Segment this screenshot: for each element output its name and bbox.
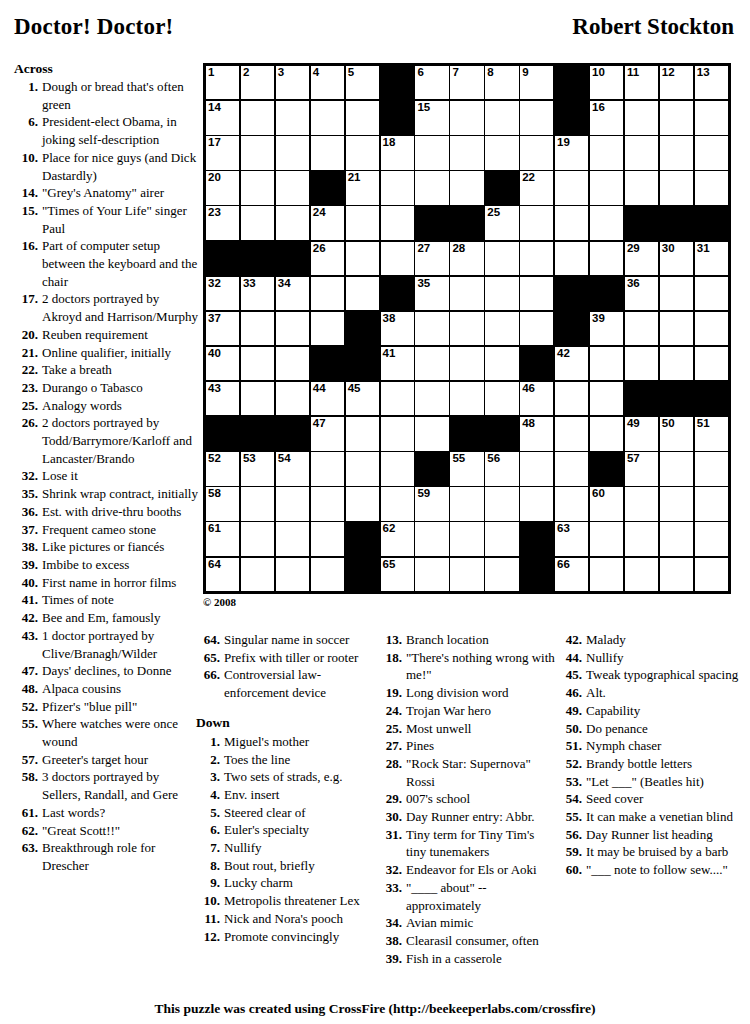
grid-cell-r2c7[interactable]: 15 — [415, 101, 448, 134]
grid-cell-r6c15[interactable]: 31 — [695, 242, 728, 275]
grid-cell-r4c11[interactable] — [555, 171, 588, 204]
grid-cell-r14c14[interactable] — [660, 522, 693, 555]
grid-cell-r6c10[interactable] — [520, 242, 553, 275]
grid-cell-r15c14[interactable] — [660, 558, 693, 591]
grid-cell-r5c10[interactable] — [520, 206, 553, 239]
cell-number: 9 — [522, 66, 528, 79]
grid-cell-r15c4[interactable] — [311, 558, 344, 591]
grid-cell-r3c10[interactable] — [520, 136, 553, 169]
clue-text: Nick and Nora's pooch — [224, 910, 376, 928]
clue-text: "___ note to follow sew...." — [586, 861, 750, 879]
grid-cell-r4c10[interactable]: 22 — [520, 171, 553, 204]
grid-cell-r9c14[interactable] — [660, 347, 693, 380]
grid-cell-r2c1[interactable]: 14 — [206, 101, 239, 134]
grid-cell-r7c1[interactable]: 32 — [206, 277, 239, 310]
grid-cell-r9c13[interactable] — [625, 347, 658, 380]
grid-cell-r15c2[interactable] — [241, 558, 274, 591]
clue-across-20: 20.Reuben requirement — [14, 326, 199, 344]
grid-cell-r7c5[interactable] — [346, 277, 379, 310]
grid-cell-r4c6[interactable] — [381, 171, 414, 204]
grid-cell-r3c8[interactable] — [450, 136, 483, 169]
cell-number: 66 — [557, 558, 570, 571]
grid-cell-r4c7[interactable] — [415, 171, 448, 204]
clue-number: 52. — [558, 755, 586, 773]
cell-number: 60 — [592, 487, 605, 500]
grid-cell-r3c4[interactable] — [311, 136, 344, 169]
grid-cell-r11c7[interactable] — [415, 417, 448, 450]
grid-cell-r8c10[interactable] — [520, 312, 553, 345]
clue-down-31: 31.Tiny term for Tiny Tim's tiny tunemak… — [378, 826, 556, 861]
grid-cell-r7c3[interactable]: 34 — [276, 277, 309, 310]
black-cell-r2c6 — [381, 101, 414, 134]
clue-text: Reuben requirement — [42, 326, 199, 344]
across-clues-column: Across 1.Dough or bread that's often gre… — [14, 60, 199, 875]
clue-text: Avian mimic — [406, 914, 556, 932]
black-cell-r5c14 — [660, 206, 693, 239]
grid-cell-r15c12[interactable] — [590, 558, 623, 591]
grid-cell-r7c7[interactable]: 35 — [415, 277, 448, 310]
clue-number: 11. — [196, 910, 224, 928]
grid-cell-r2c15[interactable] — [695, 101, 728, 134]
grid-cell-r10c10[interactable]: 46 — [520, 382, 553, 415]
black-cell-r7c12 — [590, 277, 623, 310]
grid-cell-r12c5[interactable] — [346, 452, 379, 485]
grid-cell-r4c2[interactable] — [241, 171, 274, 204]
grid-cell-r4c3[interactable] — [276, 171, 309, 204]
grid-cell-r13c13[interactable] — [625, 487, 658, 520]
grid-cell-r7c4[interactable] — [311, 277, 344, 310]
clue-number: 58. — [14, 768, 42, 803]
clue-text: Shrink wrap contract, initially — [42, 485, 199, 503]
cell-number: 10 — [592, 66, 605, 79]
grid-cell-r7c14[interactable] — [660, 277, 693, 310]
clue-down-8: 8.Bout rout, briefly — [196, 857, 376, 875]
grid-cell-r15c11[interactable]: 66 — [555, 558, 588, 591]
grid-cell-r1c15[interactable]: 13 — [695, 66, 728, 99]
grid-cell-r3c14[interactable] — [660, 136, 693, 169]
clue-text: Pfizer's "blue pill" — [42, 698, 199, 716]
grid-cell-r12c13[interactable]: 57 — [625, 452, 658, 485]
cell-number: 46 — [522, 382, 535, 395]
clue-number: 28. — [378, 755, 406, 790]
clue-text: Online qualifier, initially — [42, 344, 199, 362]
grid-cell-r13c11[interactable] — [555, 487, 588, 520]
clue-number: 57. — [14, 751, 42, 769]
grid-cell-r5c5[interactable] — [346, 206, 379, 239]
clue-text: Nymph chaser — [586, 737, 750, 755]
grid-cell-r7c8[interactable] — [450, 277, 483, 310]
clue-across-39: 39.Imbibe to excess — [14, 556, 199, 574]
grid-cell-r8c12[interactable]: 39 — [590, 312, 623, 345]
cell-number: 40 — [208, 347, 221, 360]
grid-cell-r9c6[interactable]: 41 — [381, 347, 414, 380]
clue-down-18: 18."There's nothing wrong with me!" — [378, 649, 556, 684]
grid-cell-r4c5[interactable]: 21 — [346, 171, 379, 204]
clue-down-38: 38.Clearasil consumer, often — [378, 932, 556, 950]
grid-cell-r8c1[interactable]: 37 — [206, 312, 239, 345]
crossword-page: Doctor! Doctor! Robert Stockton Across 1… — [0, 0, 750, 1024]
grid-cell-r12c4[interactable] — [311, 452, 344, 485]
grid-cell-r14c1[interactable]: 61 — [206, 522, 239, 555]
grid-cell-r15c3[interactable] — [276, 558, 309, 591]
grid-cell-r5c2[interactable] — [241, 206, 274, 239]
grid-cell-r5c3[interactable] — [276, 206, 309, 239]
grid-cell-r8c13[interactable] — [625, 312, 658, 345]
grid-cell-r13c2[interactable] — [241, 487, 274, 520]
grid-cell-r11c12[interactable] — [590, 417, 623, 450]
grid-cell-r15c15[interactable] — [695, 558, 728, 591]
grid-cell-r8c7[interactable] — [415, 312, 448, 345]
grid-cell-r13c14[interactable] — [660, 487, 693, 520]
clue-text: Pines — [406, 737, 556, 755]
grid-cell-r1c2[interactable]: 2 — [241, 66, 274, 99]
grid-cell-r5c12[interactable] — [590, 206, 623, 239]
black-cell-r6c2 — [241, 242, 274, 275]
grid-cell-r14c11[interactable]: 63 — [555, 522, 588, 555]
grid-cell-r3c12[interactable] — [590, 136, 623, 169]
grid-cell-r13c5[interactable] — [346, 487, 379, 520]
grid-cell-r10c4[interactable]: 44 — [311, 382, 344, 415]
clue-across-40: 40.First name in horror films — [14, 574, 199, 592]
grid-cell-r12c11[interactable] — [555, 452, 588, 485]
grid-cell-r6c8[interactable]: 28 — [450, 242, 483, 275]
grid-cell-r12c1[interactable]: 52 — [206, 452, 239, 485]
clue-number: 20. — [14, 326, 42, 344]
grid-cell-r14c7[interactable] — [415, 522, 448, 555]
black-cell-r14c10 — [520, 522, 553, 555]
clue-across-1: 1.Dough or bread that's often green — [14, 78, 199, 113]
clue-number: 6. — [196, 821, 224, 839]
clue-across-58: 58.3 doctors portrayed by Sellers, Randa… — [14, 768, 199, 803]
grid-cell-r12c6[interactable] — [381, 452, 414, 485]
grid-cell-r9c8[interactable] — [450, 347, 483, 380]
grid-cell-r9c7[interactable] — [415, 347, 448, 380]
grid-cell-r3c6[interactable]: 18 — [381, 136, 414, 169]
grid-cell-r3c1[interactable]: 17 — [206, 136, 239, 169]
grid-cell-r10c12[interactable] — [590, 382, 623, 415]
grid-cell-r2c4[interactable] — [311, 101, 344, 134]
grid-cell-r3c3[interactable] — [276, 136, 309, 169]
clue-number: 6. — [14, 113, 42, 148]
clue-down-39: 39.Fish in a casserole — [378, 950, 556, 968]
grid-cell-r9c1[interactable]: 40 — [206, 347, 239, 380]
cell-number: 7 — [452, 66, 458, 79]
clue-text: Alpaca cousins — [42, 680, 199, 698]
grid-cell-r15c13[interactable] — [625, 558, 658, 591]
grid-cell-r11c13[interactable]: 49 — [625, 417, 658, 450]
clue-text: 2 doctors portrayed by Todd/Barrymore/Ka… — [42, 414, 199, 467]
cell-number: 62 — [383, 522, 396, 535]
black-cell-r7c6 — [381, 277, 414, 310]
grid-cell-r15c9[interactable] — [485, 558, 518, 591]
grid-cell-r3c2[interactable] — [241, 136, 274, 169]
grid-cell-r11c11[interactable] — [555, 417, 588, 450]
grid-cell-r11c6[interactable] — [381, 417, 414, 450]
clue-number: 25. — [378, 720, 406, 738]
clue-number: 26. — [14, 414, 42, 467]
black-cell-r2c11 — [555, 101, 588, 134]
clue-text: Fish in a casserole — [406, 950, 556, 968]
grid-cell-r6c7[interactable]: 27 — [415, 242, 448, 275]
cell-number: 1 — [208, 66, 214, 79]
grid-cell-r9c15[interactable] — [695, 347, 728, 380]
clue-column-4: 42.Malady44.Nullify45.Tweak typographica… — [558, 631, 750, 879]
grid-cell-r14c15[interactable] — [695, 522, 728, 555]
grid-cell-r1c8[interactable]: 7 — [450, 66, 483, 99]
clue-number: 52. — [14, 698, 42, 716]
clue-number: 1. — [196, 733, 224, 751]
grid-cell-r1c1[interactable]: 1 — [206, 66, 239, 99]
grid-cell-r3c9[interactable] — [485, 136, 518, 169]
grid-cell-r13c10[interactable] — [520, 487, 553, 520]
grid-cell-r13c7[interactable]: 59 — [415, 487, 448, 520]
clue-across-52: 52.Pfizer's "blue pill" — [14, 698, 199, 716]
clue-text: Last words? — [42, 804, 199, 822]
grid-cell-r5c4[interactable]: 24 — [311, 206, 344, 239]
clue-number: 5. — [196, 804, 224, 822]
cell-number: 34 — [278, 277, 291, 290]
clue-number: 37. — [14, 521, 42, 539]
grid-cell-r7c9[interactable] — [485, 277, 518, 310]
clue-text: Endeavor for Els or Aoki — [406, 861, 556, 879]
grid-cell-r2c12[interactable]: 16 — [590, 101, 623, 134]
grid-cell-r12c3[interactable]: 54 — [276, 452, 309, 485]
grid-cell-r10c5[interactable]: 45 — [346, 382, 379, 415]
grid-cell-r6c6[interactable] — [381, 242, 414, 275]
clue-down-9: 9.Lucky charm — [196, 874, 376, 892]
clue-number: 62. — [14, 822, 42, 840]
grid-cell-r6c13[interactable]: 29 — [625, 242, 658, 275]
grid-cell-r9c12[interactable] — [590, 347, 623, 380]
black-cell-r5c7 — [415, 206, 448, 239]
grid-cell-r12c2[interactable]: 53 — [241, 452, 274, 485]
grid-cell-r5c9[interactable]: 25 — [485, 206, 518, 239]
grid-cell-r13c4[interactable] — [311, 487, 344, 520]
clue-text: "Grey's Anatomy" airer — [42, 184, 199, 202]
clue-down-24: 24.Trojan War hero — [378, 702, 556, 720]
grid-cell-r9c11[interactable]: 42 — [555, 347, 588, 380]
grid-cell-r10c2[interactable] — [241, 382, 274, 415]
grid-cell-r8c6[interactable]: 38 — [381, 312, 414, 345]
grid-cell-r13c9[interactable] — [485, 487, 518, 520]
clue-text: 007's school — [406, 790, 556, 808]
grid-cell-r11c10[interactable]: 48 — [520, 417, 553, 450]
grid-cell-r10c11[interactable] — [555, 382, 588, 415]
grid-cell-r1c10[interactable]: 9 — [520, 66, 553, 99]
grid-cell-r2c3[interactable] — [276, 101, 309, 134]
clue-across-57: 57.Greeter's target hour — [14, 751, 199, 769]
grid-cell-r10c3[interactable] — [276, 382, 309, 415]
clue-text: Days' declines, to Donne — [42, 662, 199, 680]
grid-cell-r13c1[interactable]: 58 — [206, 487, 239, 520]
grid-cell-r4c15[interactable] — [695, 171, 728, 204]
grid-cell-r15c7[interactable] — [415, 558, 448, 591]
grid-cell-r4c14[interactable] — [660, 171, 693, 204]
clue-number: 2. — [196, 751, 224, 769]
cell-number: 26 — [313, 242, 326, 255]
grid-cell-r11c14[interactable]: 50 — [660, 417, 693, 450]
grid-cell-r2c5[interactable] — [346, 101, 379, 134]
grid-cell-r12c8[interactable]: 55 — [450, 452, 483, 485]
grid-cell-r11c5[interactable] — [346, 417, 379, 450]
grid-cell-r1c13[interactable]: 11 — [625, 66, 658, 99]
grid-cell-r10c8[interactable] — [450, 382, 483, 415]
grid-cell-r10c6[interactable] — [381, 382, 414, 415]
clue-across-16: 16.Part of computer setup between the ke… — [14, 237, 199, 290]
grid-cell-r12c15[interactable] — [695, 452, 728, 485]
clue-down-60: 60."___ note to follow sew...." — [558, 861, 750, 879]
grid-cell-r7c2[interactable]: 33 — [241, 277, 274, 310]
grid-cell-r4c1[interactable]: 20 — [206, 171, 239, 204]
grid-cell-r12c9[interactable]: 56 — [485, 452, 518, 485]
clue-number: 9. — [196, 874, 224, 892]
clue-number: 39. — [378, 950, 406, 968]
grid-cell-r13c12[interactable]: 60 — [590, 487, 623, 520]
cell-number: 21 — [348, 171, 361, 184]
grid-cell-r2c8[interactable] — [450, 101, 483, 134]
grid-cell-r1c5[interactable]: 5 — [346, 66, 379, 99]
grid-cell-r14c3[interactable] — [276, 522, 309, 555]
grid-cell-r7c15[interactable] — [695, 277, 728, 310]
black-cell-r11c3 — [276, 417, 309, 450]
grid-cell-r4c12[interactable] — [590, 171, 623, 204]
grid-cell-r1c4[interactable]: 4 — [311, 66, 344, 99]
grid-cell-r14c2[interactable] — [241, 522, 274, 555]
grid-cell-r1c7[interactable]: 6 — [415, 66, 448, 99]
grid-cell-r2c14[interactable] — [660, 101, 693, 134]
clue-number: 4. — [196, 786, 224, 804]
cell-number: 11 — [627, 66, 639, 79]
cell-number: 44 — [313, 382, 326, 395]
grid-cell-r13c8[interactable] — [450, 487, 483, 520]
grid-cell-r6c4[interactable]: 26 — [311, 242, 344, 275]
cell-number: 27 — [417, 242, 430, 255]
clue-across-41: 41.Times of note — [14, 591, 199, 609]
cell-number: 61 — [208, 522, 221, 535]
clue-text: Alt. — [586, 684, 750, 702]
grid-cell-r3c5[interactable] — [346, 136, 379, 169]
clue-text: Branch location — [406, 631, 556, 649]
grid-cell-r3c15[interactable] — [695, 136, 728, 169]
grid-cell-r1c12[interactable]: 10 — [590, 66, 623, 99]
black-cell-r4c4 — [311, 171, 344, 204]
down-header: Down — [196, 714, 376, 732]
grid-cell-r8c8[interactable] — [450, 312, 483, 345]
clue-number: 16. — [14, 237, 42, 290]
grid-cell-r11c4[interactable]: 47 — [311, 417, 344, 450]
grid-cell-r14c9[interactable] — [485, 522, 518, 555]
clue-number: 27. — [378, 737, 406, 755]
grid-cell-r15c8[interactable] — [450, 558, 483, 591]
grid-cell-r13c6[interactable] — [381, 487, 414, 520]
grid-cell-r6c14[interactable]: 30 — [660, 242, 693, 275]
grid-cell-r14c8[interactable] — [450, 522, 483, 555]
clue-across-23: 23.Durango o Tabasco — [14, 379, 199, 397]
grid-cell-r8c4[interactable] — [311, 312, 344, 345]
grid-cell-r14c12[interactable] — [590, 522, 623, 555]
grid-cell-r5c11[interactable] — [555, 206, 588, 239]
grid-cell-r14c6[interactable]: 62 — [381, 522, 414, 555]
grid-cell-r2c10[interactable] — [520, 101, 553, 134]
grid-cell-r8c14[interactable] — [660, 312, 693, 345]
grid-cell-r5c1[interactable]: 23 — [206, 206, 239, 239]
grid-cell-r1c9[interactable]: 8 — [485, 66, 518, 99]
grid-cell-r10c1[interactable]: 43 — [206, 382, 239, 415]
grid-cell-r15c6[interactable]: 65 — [381, 558, 414, 591]
cell-number: 51 — [697, 417, 710, 430]
grid-cell-r2c9[interactable] — [485, 101, 518, 134]
clue-text: Breakthrough role for Drescher — [42, 839, 199, 874]
grid-cell-r12c10[interactable] — [520, 452, 553, 485]
clue-text: Capability — [586, 702, 750, 720]
footer-credit: This puzzle was created using CrossFire … — [0, 1001, 750, 1017]
grid-cell-r11c15[interactable]: 51 — [695, 417, 728, 450]
grid-cell-r2c13[interactable] — [625, 101, 658, 134]
grid-cell-r4c13[interactable] — [625, 171, 658, 204]
grid-cell-r6c5[interactable] — [346, 242, 379, 275]
clue-text: Part of computer setup between the keybo… — [42, 237, 199, 290]
grid-cell-r3c11[interactable]: 19 — [555, 136, 588, 169]
grid-cell-r14c13[interactable] — [625, 522, 658, 555]
grid-cell-r9c2[interactable] — [241, 347, 274, 380]
grid-cell-r7c13[interactable]: 36 — [625, 277, 658, 310]
grid-cell-r9c9[interactable] — [485, 347, 518, 380]
grid-cell-r9c3[interactable] — [276, 347, 309, 380]
clue-text: Where watches were once wound — [42, 715, 199, 750]
grid-cell-r14c4[interactable] — [311, 522, 344, 555]
grid-cell-r15c1[interactable]: 64 — [206, 558, 239, 591]
clue-number: 10. — [14, 149, 42, 184]
cell-number: 38 — [383, 312, 396, 325]
grid-cell-r8c15[interactable] — [695, 312, 728, 345]
clue-down-51: 51.Nymph chaser — [558, 737, 750, 755]
clue-across-55: 55.Where watches were once wound — [14, 715, 199, 750]
grid-cell-r3c13[interactable] — [625, 136, 658, 169]
grid-cell-r12c14[interactable] — [660, 452, 693, 485]
grid-cell-r6c11[interactable] — [555, 242, 588, 275]
grid-cell-r6c9[interactable] — [485, 242, 518, 275]
clue-down-3: 3.Two sets of strads, e.g. — [196, 768, 376, 786]
black-cell-r4c9 — [485, 171, 518, 204]
clue-text: Place for nice guys (and Dick Dastardly) — [42, 149, 199, 184]
grid-cell-r8c3[interactable] — [276, 312, 309, 345]
cell-number: 65 — [383, 558, 396, 571]
grid-cell-r8c2[interactable] — [241, 312, 274, 345]
clue-text: Tweak typographical spacing — [586, 666, 750, 684]
grid-cell-r13c15[interactable] — [695, 487, 728, 520]
black-cell-r10c13 — [625, 382, 658, 415]
clue-number: 42. — [14, 609, 42, 627]
grid-cell-r5c6[interactable] — [381, 206, 414, 239]
grid-cell-r10c7[interactable] — [415, 382, 448, 415]
grid-cell-r7c10[interactable] — [520, 277, 553, 310]
grid-cell-r6c12[interactable] — [590, 242, 623, 275]
grid-cell-r1c14[interactable]: 12 — [660, 66, 693, 99]
grid-cell-r13c3[interactable] — [276, 487, 309, 520]
grid-cell-r4c8[interactable] — [450, 171, 483, 204]
cell-number: 5 — [348, 66, 354, 79]
clue-text: "Rock Star: Supernova" Rossi — [406, 755, 556, 790]
grid-cell-r10c9[interactable] — [485, 382, 518, 415]
clue-number: 23. — [14, 379, 42, 397]
clue-number: 25. — [14, 397, 42, 415]
grid-cell-r3c7[interactable] — [415, 136, 448, 169]
grid-cell-r1c3[interactable]: 3 — [276, 66, 309, 99]
grid-cell-r8c9[interactable] — [485, 312, 518, 345]
clue-number: 7. — [196, 839, 224, 857]
grid-cell-r2c2[interactable] — [241, 101, 274, 134]
clue-across-66: 66.Controversial law-enforcement device — [196, 666, 376, 701]
